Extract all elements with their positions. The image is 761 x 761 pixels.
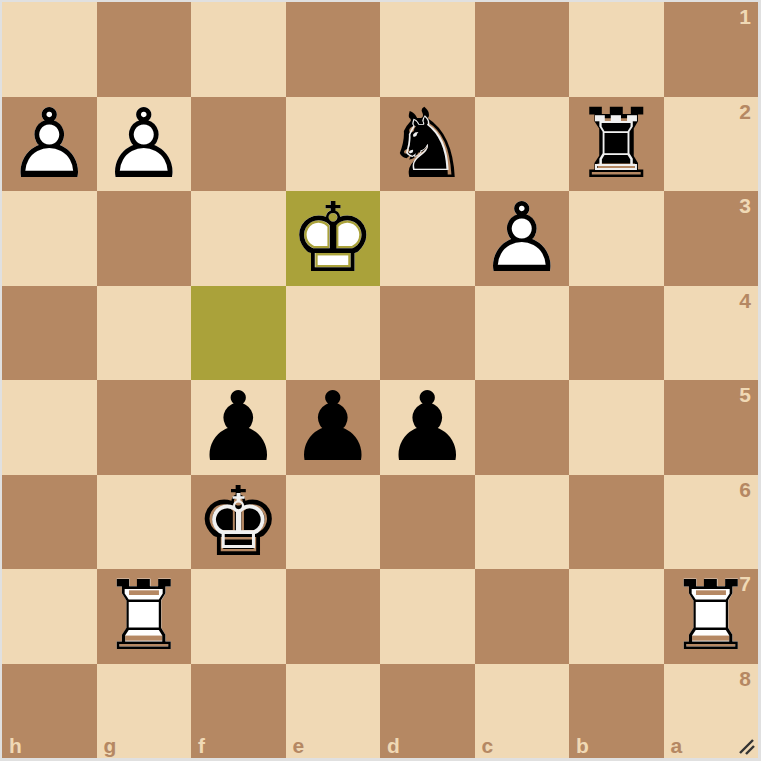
square-d2[interactable]: ♞♘ xyxy=(380,97,475,192)
piece-fill-glyph: ♟ xyxy=(191,380,286,475)
square-e8[interactable]: e xyxy=(286,664,381,759)
rank-label-1: 1 xyxy=(739,6,751,27)
piece-outline-glyph: ♖ xyxy=(97,569,192,664)
square-f6[interactable]: ♚♔ xyxy=(191,475,286,570)
square-a5[interactable]: 5 xyxy=(664,380,759,475)
white-king[interactable]: ♚♔ xyxy=(286,191,381,286)
square-g4[interactable] xyxy=(97,286,192,381)
square-h1[interactable] xyxy=(2,2,97,97)
black-pawn[interactable]: ♟ xyxy=(380,380,475,475)
square-e2[interactable] xyxy=(286,97,381,192)
square-f1[interactable] xyxy=(191,2,286,97)
file-label-h: h xyxy=(9,735,22,756)
square-g5[interactable] xyxy=(97,380,192,475)
square-c4[interactable] xyxy=(475,286,570,381)
square-b1[interactable] xyxy=(569,2,664,97)
square-h6[interactable] xyxy=(2,475,97,570)
square-h7[interactable] xyxy=(2,569,97,664)
square-f5[interactable]: ♟ xyxy=(191,380,286,475)
white-rook[interactable]: ♜♖ xyxy=(97,569,192,664)
square-c8[interactable]: c xyxy=(475,664,570,759)
square-e3[interactable]: ♚♔ xyxy=(286,191,381,286)
square-e5[interactable]: ♟ xyxy=(286,380,381,475)
piece-fill-glyph: ♟ xyxy=(380,380,475,475)
square-b4[interactable] xyxy=(569,286,664,381)
rank-label-8: 8 xyxy=(739,668,751,689)
square-h4[interactable] xyxy=(2,286,97,381)
square-b8[interactable]: b xyxy=(569,664,664,759)
square-b2[interactable]: ♜♖ xyxy=(569,97,664,192)
square-g3[interactable] xyxy=(97,191,192,286)
square-c1[interactable] xyxy=(475,2,570,97)
square-a3[interactable]: 3 xyxy=(664,191,759,286)
file-label-e: e xyxy=(293,735,305,756)
square-g8[interactable]: g xyxy=(97,664,192,759)
square-h2[interactable]: ♟♙ xyxy=(2,97,97,192)
white-pawn[interactable]: ♟♙ xyxy=(97,97,192,192)
piece-detail-glyph: ♖ xyxy=(579,107,653,181)
white-pawn[interactable]: ♟♙ xyxy=(2,97,97,192)
square-d3[interactable] xyxy=(380,191,475,286)
square-b6[interactable] xyxy=(569,475,664,570)
square-h3[interactable] xyxy=(2,191,97,286)
rank-label-3: 3 xyxy=(739,195,751,216)
white-pawn[interactable]: ♟♙ xyxy=(475,191,570,286)
piece-detail-glyph: ♔ xyxy=(201,485,275,559)
black-rook[interactable]: ♜♖ xyxy=(569,97,664,192)
file-label-b: b xyxy=(576,735,589,756)
piece-outline-glyph: ♔ xyxy=(286,191,381,286)
piece-detail-glyph: ♘ xyxy=(390,107,464,181)
square-g2[interactable]: ♟♙ xyxy=(97,97,192,192)
square-f4[interactable] xyxy=(191,286,286,381)
square-d7[interactable] xyxy=(380,569,475,664)
square-c6[interactable] xyxy=(475,475,570,570)
square-a1[interactable]: 1 xyxy=(664,2,759,97)
piece-fill-glyph: ♟ xyxy=(286,380,381,475)
rank-label-5: 5 xyxy=(739,384,751,405)
file-label-a: a xyxy=(671,735,683,756)
square-a4[interactable]: 4 xyxy=(664,286,759,381)
square-e7[interactable] xyxy=(286,569,381,664)
square-g1[interactable] xyxy=(97,2,192,97)
piece-outline-glyph: ♙ xyxy=(97,97,192,192)
square-d8[interactable]: d xyxy=(380,664,475,759)
file-label-f: f xyxy=(198,735,205,756)
square-f7[interactable] xyxy=(191,569,286,664)
square-e1[interactable] xyxy=(286,2,381,97)
square-c3[interactable]: ♟♙ xyxy=(475,191,570,286)
square-d5[interactable]: ♟ xyxy=(380,380,475,475)
square-d4[interactable] xyxy=(380,286,475,381)
file-label-g: g xyxy=(104,735,117,756)
file-label-c: c xyxy=(482,735,494,756)
square-f8[interactable]: f xyxy=(191,664,286,759)
black-king[interactable]: ♚♔ xyxy=(191,475,286,570)
square-e6[interactable] xyxy=(286,475,381,570)
square-e4[interactable] xyxy=(286,286,381,381)
square-h5[interactable] xyxy=(2,380,97,475)
square-g6[interactable] xyxy=(97,475,192,570)
rank-label-4: 4 xyxy=(739,290,751,311)
chess-board: 1♟♙♟♙♞♘♜♖2♚♔♟♙34♟♟♟5♚♔6♜♖♜♖7hgfedcb8a xyxy=(2,2,758,758)
piece-outline-glyph: ♙ xyxy=(475,191,570,286)
file-label-d: d xyxy=(387,735,400,756)
black-pawn[interactable]: ♟ xyxy=(286,380,381,475)
square-a6[interactable]: 6 xyxy=(664,475,759,570)
black-knight[interactable]: ♞♘ xyxy=(380,97,475,192)
square-f3[interactable] xyxy=(191,191,286,286)
square-c2[interactable] xyxy=(475,97,570,192)
square-c5[interactable] xyxy=(475,380,570,475)
rank-label-7: 7 xyxy=(739,573,751,594)
resize-handle-icon[interactable] xyxy=(737,737,755,755)
square-b3[interactable] xyxy=(569,191,664,286)
square-b5[interactable] xyxy=(569,380,664,475)
square-f2[interactable] xyxy=(191,97,286,192)
square-c7[interactable] xyxy=(475,569,570,664)
rank-label-6: 6 xyxy=(739,479,751,500)
square-b7[interactable] xyxy=(569,569,664,664)
board-grid: 1♟♙♟♙♞♘♜♖2♚♔♟♙34♟♟♟5♚♔6♜♖♜♖7hgfedcb8a xyxy=(2,2,758,758)
square-a2[interactable]: 2 xyxy=(664,97,759,192)
black-pawn[interactable]: ♟ xyxy=(191,380,286,475)
square-a7[interactable]: ♜♖7 xyxy=(664,569,759,664)
piece-outline-glyph: ♙ xyxy=(2,97,97,192)
square-d6[interactable] xyxy=(380,475,475,570)
square-d1[interactable] xyxy=(380,2,475,97)
square-h8[interactable]: h xyxy=(2,664,97,759)
square-g7[interactable]: ♜♖ xyxy=(97,569,192,664)
rank-label-2: 2 xyxy=(739,101,751,122)
